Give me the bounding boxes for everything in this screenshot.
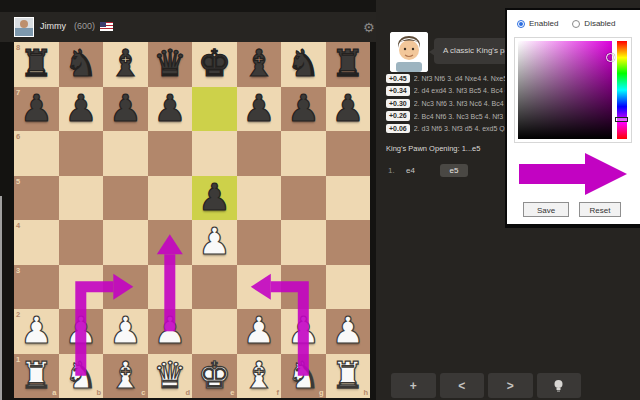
eval-badge: +0.34 — [386, 86, 410, 96]
coord-file-d: d — [185, 388, 190, 397]
square-a6[interactable]: 6 — [14, 131, 59, 176]
square-c2[interactable]: ♟ — [103, 309, 148, 354]
square-h3[interactable] — [326, 265, 371, 310]
square-b4[interactable] — [59, 220, 104, 265]
player-name: Jimmy — [40, 21, 66, 31]
black-queen[interactable]: ♛ — [148, 42, 193, 87]
black-pawn[interactable]: ♟ — [237, 87, 282, 132]
black-king[interactable]: ♚ — [192, 42, 237, 87]
chess-board[interactable]: 8♜♞♝♛♚♝♞♜7♟♟♟♟♟♟♟65♟4♟32♟♟♟♟♟♟♟1a♜b♞c♝d♛… — [14, 42, 370, 398]
forward-button[interactable]: > — [488, 373, 533, 398]
square-c5[interactable] — [103, 176, 148, 221]
enabled-label: Enabled — [529, 19, 558, 28]
coord-rank-8: 8 — [16, 43, 20, 52]
black-pawn[interactable]: ♟ — [326, 87, 371, 132]
hue-slider[interactable] — [617, 41, 627, 139]
disabled-label: Disabled — [584, 19, 615, 28]
square-c3[interactable] — [103, 265, 148, 310]
square-b5[interactable] — [59, 176, 104, 221]
coach-avatar — [390, 32, 428, 72]
black-rook[interactable]: ♜ — [14, 42, 59, 87]
square-c7[interactable]: ♟ — [103, 87, 148, 132]
black-knight[interactable]: ♞ — [59, 42, 104, 87]
square-a2[interactable]: 2♟ — [14, 309, 59, 354]
square-c4[interactable] — [103, 220, 148, 265]
square-f6[interactable] — [237, 131, 282, 176]
arrow-color-preview — [515, 150, 631, 198]
square-c8[interactable]: ♝ — [103, 42, 148, 87]
square-d4[interactable] — [148, 220, 193, 265]
square-a1[interactable]: 1a♜ — [14, 354, 59, 399]
square-h8[interactable]: ♜ — [326, 42, 371, 87]
white-pawn[interactable]: ♟ — [103, 309, 148, 354]
white-pawn[interactable]: ♟ — [192, 220, 237, 265]
white-pawn[interactable]: ♟ — [326, 309, 371, 354]
square-f4[interactable] — [237, 220, 282, 265]
square-d3[interactable] — [148, 265, 193, 310]
eval-badge: +0.45 — [386, 74, 410, 84]
square-b2[interactable]: ♟ — [59, 309, 104, 354]
extension-popup: Enabled Disabled Save Reset — [505, 8, 640, 228]
square-g1[interactable]: g♞ — [281, 354, 326, 399]
square-g8[interactable]: ♞ — [281, 42, 326, 87]
square-c6[interactable] — [103, 131, 148, 176]
square-f2[interactable]: ♟ — [237, 309, 282, 354]
back-button[interactable]: < — [440, 373, 485, 398]
add-button[interactable]: + — [391, 373, 436, 398]
square-d1[interactable]: d♛ — [148, 354, 193, 399]
square-b8[interactable]: ♞ — [59, 42, 104, 87]
settings-gear-icon[interactable]: ⚙ — [363, 20, 375, 35]
coord-file-b: b — [96, 388, 101, 397]
scrollbar[interactable] — [0, 196, 2, 400]
square-d7[interactable]: ♟ — [148, 87, 193, 132]
square-h4[interactable] — [326, 220, 371, 265]
square-e7[interactable] — [192, 87, 237, 132]
hint-button[interactable] — [537, 373, 582, 398]
coord-rank-1: 1 — [16, 355, 20, 364]
move-white[interactable]: e4 — [406, 166, 415, 175]
square-g2[interactable]: ♟ — [281, 309, 326, 354]
square-f1[interactable]: f♝ — [237, 354, 282, 399]
coord-file-h: h — [363, 388, 368, 397]
move-black-selected[interactable]: e5 — [440, 164, 468, 177]
black-bishop[interactable]: ♝ — [237, 42, 282, 87]
white-pawn[interactable]: ♟ — [59, 309, 104, 354]
reset-button[interactable]: Reset — [579, 202, 621, 217]
eval-badge: +0.26 — [386, 111, 410, 121]
radio-row: Enabled Disabled — [517, 19, 616, 28]
square-a5[interactable]: 5 — [14, 176, 59, 221]
square-h5[interactable] — [326, 176, 371, 221]
preview-arrow-shape — [519, 153, 627, 195]
black-pawn[interactable]: ♟ — [59, 87, 104, 132]
square-h7[interactable]: ♟ — [326, 87, 371, 132]
black-pawn[interactable]: ♟ — [14, 87, 59, 132]
coord-rank-5: 5 — [16, 177, 20, 186]
eval-badge: +0.30 — [386, 99, 410, 109]
color-picker — [514, 37, 632, 143]
square-h2[interactable]: ♟ — [326, 309, 371, 354]
black-knight[interactable]: ♞ — [281, 42, 326, 87]
square-d5[interactable] — [148, 176, 193, 221]
coord-file-a: a — [52, 388, 56, 397]
app-window: Jimmy (600) ⚙ 8♜♞♝♛♚♝♞♜7♟♟♟♟♟♟♟65♟4♟32♟♟… — [0, 0, 640, 400]
black-pawn[interactable]: ♟ — [281, 87, 326, 132]
move-number: 1. — [388, 166, 395, 175]
square-a3[interactable]: 3 — [14, 265, 59, 310]
coord-rank-2: 2 — [16, 310, 20, 319]
black-pawn[interactable]: ♟ — [103, 87, 148, 132]
top-strip — [0, 0, 376, 12]
black-pawn[interactable]: ♟ — [192, 176, 237, 221]
disabled-radio[interactable] — [572, 20, 580, 28]
saturation-square[interactable] — [518, 41, 612, 139]
square-c1[interactable]: c♝ — [103, 354, 148, 399]
save-button[interactable]: Save — [523, 202, 569, 217]
coord-rank-4: 4 — [16, 221, 20, 230]
square-g6[interactable] — [281, 131, 326, 176]
square-e5[interactable]: ♟ — [192, 176, 237, 221]
square-d2[interactable]: ♟ — [148, 309, 193, 354]
square-b6[interactable] — [59, 131, 104, 176]
square-h1[interactable]: h♜ — [326, 354, 371, 399]
coord-rank-6: 6 — [16, 132, 20, 141]
square-e3[interactable] — [192, 265, 237, 310]
white-pawn[interactable]: ♟ — [14, 309, 59, 354]
square-b3[interactable] — [59, 265, 104, 310]
square-a8[interactable]: 8♜ — [14, 42, 59, 87]
square-e4[interactable]: ♟ — [192, 220, 237, 265]
player-photo — [15, 18, 33, 36]
white-bishop[interactable]: ♝ — [237, 354, 282, 399]
opening-name: King's Pawn Opening: 1...e5 — [386, 144, 480, 153]
square-a7[interactable]: 7♟ — [14, 87, 59, 132]
square-d6[interactable] — [148, 131, 193, 176]
black-rook[interactable]: ♜ — [326, 42, 371, 87]
coord-file-c: c — [141, 388, 145, 397]
coach-avatar-image — [390, 32, 428, 72]
square-f3[interactable] — [237, 265, 282, 310]
square-g4[interactable] — [281, 220, 326, 265]
coord-rank-7: 7 — [16, 88, 20, 97]
hue-slider-handle[interactable] — [615, 117, 628, 122]
square-e2[interactable] — [192, 309, 237, 354]
square-h6[interactable] — [326, 131, 371, 176]
square-d8[interactable]: ♛ — [148, 42, 193, 87]
square-f8[interactable]: ♝ — [237, 42, 282, 87]
square-e6[interactable] — [192, 131, 237, 176]
black-bishop[interactable]: ♝ — [103, 42, 148, 87]
player-rating: (600) — [74, 21, 95, 31]
square-f5[interactable] — [237, 176, 282, 221]
square-g5[interactable] — [281, 176, 326, 221]
eval-badge: +0.06 — [386, 124, 410, 134]
coord-rank-3: 3 — [16, 266, 20, 275]
square-f7[interactable]: ♟ — [237, 87, 282, 132]
coord-file-g: g — [319, 388, 324, 397]
us-flag-icon — [100, 22, 113, 31]
square-g7[interactable]: ♟ — [281, 87, 326, 132]
white-pawn[interactable]: ♟ — [148, 309, 193, 354]
coord-file-f: f — [277, 388, 280, 397]
coord-file-e: e — [230, 388, 234, 397]
white-pawn[interactable]: ♟ — [281, 309, 326, 354]
white-pawn[interactable]: ♟ — [237, 309, 282, 354]
square-e8[interactable]: ♚ — [192, 42, 237, 87]
saturation-selector[interactable] — [606, 53, 615, 62]
black-pawn[interactable]: ♟ — [148, 87, 193, 132]
square-b7[interactable]: ♟ — [59, 87, 104, 132]
nav-bar: +<> — [391, 373, 581, 398]
square-b1[interactable]: b♞ — [59, 354, 104, 399]
lightbulb-icon — [553, 379, 564, 393]
square-g3[interactable] — [281, 265, 326, 310]
square-e1[interactable]: e♚ — [192, 354, 237, 399]
enabled-radio[interactable] — [517, 20, 525, 28]
square-a4[interactable]: 4 — [14, 220, 59, 265]
player-avatar[interactable] — [14, 17, 34, 37]
